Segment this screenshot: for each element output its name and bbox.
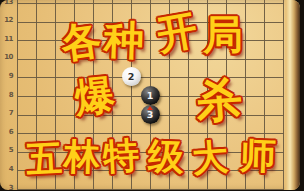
row-label-12: 12 [0,16,13,25]
overlay-char-top-2: 种 [98,14,150,66]
overlay-char-top-4: 局 [198,9,248,59]
row-label-8: 8 [0,91,13,100]
move-number: 2 [122,67,141,86]
row-label-13: 13 [0,0,13,7]
row-label-10: 10 [0,53,13,62]
go-board-frame: 131211109876543 123 各种开局爆杀五林特级大师 [0,0,304,190]
stone-black-move-1[interactable]: 1 [141,86,160,105]
overlay-char-bottom-3: 特 [97,132,145,180]
row-label-7: 7 [0,109,13,118]
overlay-char-bottom-5: 大 [185,133,234,182]
row-label-11: 11 [0,35,13,44]
board-right-edge [284,0,300,190]
move-number: 1 [141,86,160,105]
overlay-char-bottom-6: 师 [234,132,282,180]
row-label-4: 4 [0,165,13,174]
stone-black-move-3[interactable]: 3 [141,105,160,124]
overlay-char-bottom-4: 级 [142,133,190,181]
row-label-6: 6 [0,128,13,137]
row-label-9: 9 [0,72,13,81]
overlay-char-middle-1: 爆 [68,69,123,124]
move-number: 3 [141,105,160,124]
row-label-5: 5 [0,146,13,155]
stone-white-move-2[interactable]: 2 [122,67,141,86]
row-label-3: 3 [0,184,13,191]
overlay-char-middle-2: 杀 [189,70,249,130]
